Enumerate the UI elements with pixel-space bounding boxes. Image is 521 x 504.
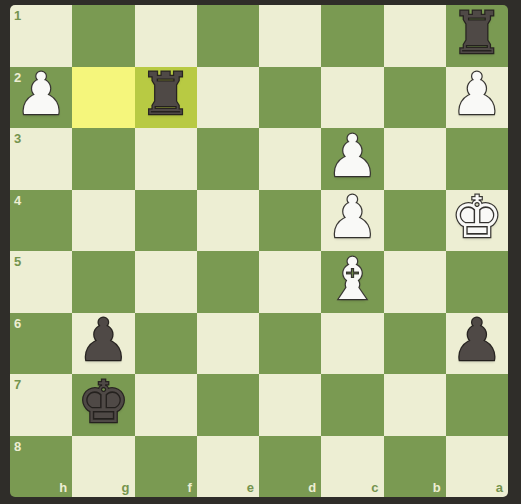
rank-label-6: 6 (14, 317, 21, 330)
square-f2[interactable]: ♜ (135, 67, 197, 129)
black-rook-a1[interactable]: ♜ (451, 5, 503, 62)
square-g5[interactable] (72, 251, 134, 313)
square-d2[interactable] (259, 67, 321, 129)
square-g6[interactable]: ♟ (72, 313, 134, 375)
white-king-a4[interactable]: ♚ (451, 188, 503, 246)
square-b3[interactable] (384, 128, 446, 190)
square-f5[interactable] (135, 251, 197, 313)
square-h5[interactable]: 5 (10, 251, 72, 313)
square-d3[interactable] (259, 128, 321, 190)
square-a3[interactable] (446, 128, 508, 190)
file-label-b: b (433, 481, 441, 494)
square-e6[interactable] (197, 313, 259, 375)
square-g4[interactable] (72, 190, 134, 252)
square-e1[interactable] (197, 5, 259, 67)
square-f6[interactable] (135, 313, 197, 375)
square-g8[interactable]: g (72, 436, 134, 498)
square-b7[interactable] (384, 374, 446, 436)
file-label-e: e (247, 481, 254, 494)
rank-label-1: 1 (14, 9, 21, 22)
square-e5[interactable] (197, 251, 259, 313)
square-h3[interactable]: 3 (10, 128, 72, 190)
file-label-h: h (59, 481, 67, 494)
rank-label-3: 3 (14, 132, 21, 145)
square-g1[interactable] (72, 5, 134, 67)
square-b8[interactable]: b (384, 436, 446, 498)
white-pawn-c4[interactable]: ♟ (326, 188, 378, 246)
square-c6[interactable] (321, 313, 383, 375)
black-rook-f2[interactable]: ♜ (140, 65, 192, 123)
square-c4[interactable]: ♟ (321, 190, 383, 252)
black-pawn-a6[interactable]: ♟ (451, 311, 503, 369)
square-f3[interactable] (135, 128, 197, 190)
square-b2[interactable] (384, 67, 446, 129)
rank-label-5: 5 (14, 255, 21, 268)
square-a8[interactable]: a (446, 436, 508, 498)
square-e8[interactable]: e (197, 436, 259, 498)
square-h1[interactable]: 1 (10, 5, 72, 67)
square-c5[interactable]: ♝ (321, 251, 383, 313)
white-pawn-a2[interactable]: ♟ (451, 65, 503, 123)
square-c2[interactable] (321, 67, 383, 129)
white-pawn-c3[interactable]: ♟ (326, 127, 378, 185)
square-b1[interactable] (384, 5, 446, 67)
black-king-g7[interactable]: ♚ (77, 373, 129, 431)
square-e3[interactable] (197, 128, 259, 190)
file-label-d: d (308, 481, 316, 494)
square-d6[interactable] (259, 313, 321, 375)
square-a5[interactable] (446, 251, 508, 313)
square-f7[interactable] (135, 374, 197, 436)
square-d4[interactable] (259, 190, 321, 252)
square-c8[interactable]: c (321, 436, 383, 498)
square-d1[interactable] (259, 5, 321, 67)
square-b4[interactable] (384, 190, 446, 252)
square-h7[interactable]: 7 (10, 374, 72, 436)
square-h8[interactable]: 8h (10, 436, 72, 498)
square-a7[interactable] (446, 374, 508, 436)
square-c7[interactable] (321, 374, 383, 436)
square-h2[interactable]: 2♟ (10, 67, 72, 129)
square-a6[interactable]: ♟ (446, 313, 508, 375)
square-c3[interactable]: ♟ (321, 128, 383, 190)
file-label-f: f (187, 481, 191, 494)
rank-label-8: 8 (14, 440, 21, 453)
square-f8[interactable]: f (135, 436, 197, 498)
square-h6[interactable]: 6 (10, 313, 72, 375)
white-bishop-c5[interactable]: ♝ (326, 250, 378, 308)
square-g2[interactable] (72, 67, 134, 129)
square-g7[interactable]: ♚ (72, 374, 134, 436)
square-a2[interactable]: ♟ (446, 67, 508, 129)
square-b5[interactable] (384, 251, 446, 313)
file-label-g: g (122, 481, 130, 494)
rank-label-4: 4 (14, 194, 21, 207)
square-c1[interactable] (321, 5, 383, 67)
file-label-a: a (496, 481, 503, 494)
square-a4[interactable]: ♚ (446, 190, 508, 252)
white-pawn-h2[interactable]: ♟ (15, 65, 67, 123)
square-g3[interactable] (72, 128, 134, 190)
square-d7[interactable] (259, 374, 321, 436)
square-b6[interactable] (384, 313, 446, 375)
square-d8[interactable]: d (259, 436, 321, 498)
square-a1[interactable]: ♜ (446, 5, 508, 67)
chess-board: 1♜2♟♜♟3♟4♟♚5♝6♟♟7♚8hgfedcba (10, 5, 508, 497)
square-h4[interactable]: 4 (10, 190, 72, 252)
square-e4[interactable] (197, 190, 259, 252)
file-label-c: c (371, 481, 378, 494)
square-e7[interactable] (197, 374, 259, 436)
square-d5[interactable] (259, 251, 321, 313)
square-e2[interactable] (197, 67, 259, 129)
rank-label-7: 7 (14, 378, 21, 391)
black-pawn-g6[interactable]: ♟ (77, 311, 129, 369)
square-f1[interactable] (135, 5, 197, 67)
square-f4[interactable] (135, 190, 197, 252)
